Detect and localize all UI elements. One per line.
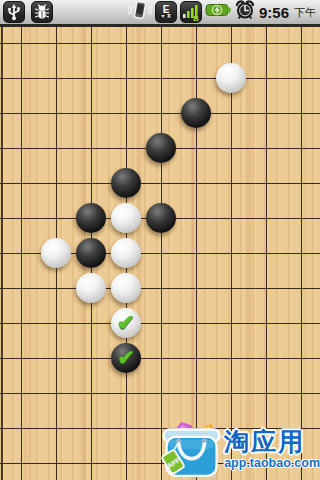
stone-black (146, 133, 176, 163)
stone-black (146, 203, 176, 233)
clock-time: 9:56 (259, 4, 289, 21)
adb-debug-icon (31, 1, 53, 23)
ad-url: app.taobao.com (224, 457, 320, 470)
svg-text:B: B (193, 14, 199, 22)
stone-black (111, 168, 141, 198)
stone-black (181, 98, 211, 128)
stone-white (111, 273, 141, 303)
phone-screen: E B (0, 0, 320, 480)
grid-line-horizontal (0, 358, 320, 359)
battery-charging-icon (205, 2, 231, 22)
grid-line-horizontal (0, 393, 320, 394)
stone-white-last-move: ✔ (111, 308, 141, 338)
grid-line-horizontal (0, 183, 320, 184)
go-board[interactable]: ✔✔ (0, 27, 320, 480)
status-bar-right-icons: E B (128, 0, 320, 25)
ad-title: 淘应用 (224, 429, 320, 454)
stone-white (216, 63, 246, 93)
grid-line-horizontal (0, 43, 320, 44)
taobao-appstore-bag-icon: APP (161, 416, 222, 480)
grid-line-horizontal (0, 78, 320, 79)
grid-line-horizontal (0, 113, 320, 114)
stone-black (76, 238, 106, 268)
alarm-clock-icon (234, 0, 256, 25)
clock-meridiem: 下午 (294, 5, 316, 20)
stone-white (41, 238, 71, 268)
stone-white (111, 238, 141, 268)
last-move-check-icon: ✔ (117, 347, 135, 368)
usb-icon (3, 1, 25, 23)
ad-text-block: 淘应用 app.taobao.com (224, 429, 320, 470)
android-status-bar: E B (0, 0, 320, 27)
grid-line-horizontal (0, 323, 320, 324)
stone-black-last-move: ✔ (111, 343, 141, 373)
stone-white (111, 203, 141, 233)
edge-data-icon: E (155, 1, 177, 23)
stone-black (76, 203, 106, 233)
grid-line-horizontal (0, 288, 320, 289)
svg-text:E: E (163, 4, 170, 15)
signal-bars-b-icon: B (180, 1, 202, 23)
vibrate-icon (128, 0, 152, 24)
taobao-ad-banner[interactable]: APP 淘应用 app.taobao.com (161, 416, 320, 480)
status-bar-left-icons (0, 1, 53, 23)
stone-white (76, 273, 106, 303)
last-move-check-icon: ✔ (117, 312, 135, 333)
